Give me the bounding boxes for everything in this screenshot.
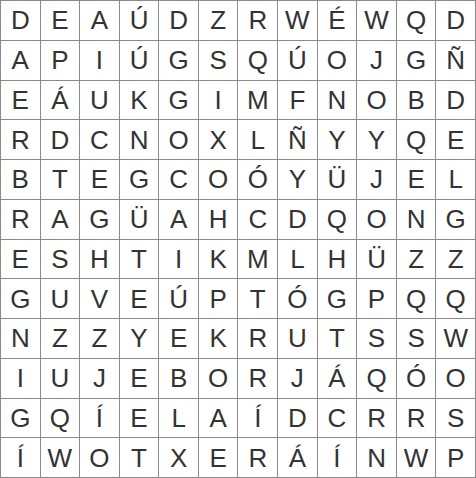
grid-cell[interactable]: G [120,160,160,200]
grid-cell[interactable]: J [278,359,318,399]
grid-cell[interactable]: O [318,41,358,81]
grid-cell[interactable]: Q [436,279,476,319]
grid-cell[interactable]: Ú [278,41,318,81]
grid-cell[interactable]: G [80,200,120,240]
grid-cell[interactable]: M [238,240,278,280]
grid-cell[interactable]: E [1,81,41,121]
grid-cell[interactable]: Q [238,41,278,81]
grid-cell[interactable]: Q [397,279,437,319]
grid-cell[interactable]: F [278,81,318,121]
grid-cell[interactable]: P [357,279,397,319]
grid-cell[interactable]: B [159,359,199,399]
grid-cell[interactable]: Ú [120,41,160,81]
grid-cell[interactable]: É [318,1,358,41]
grid-cell[interactable]: O [436,359,476,399]
grid-cell[interactable]: R [1,120,41,160]
grid-cell[interactable]: O [159,120,199,160]
grid-cell[interactable]: U [278,319,318,359]
grid-cell[interactable]: J [357,41,397,81]
grid-cell[interactable]: G [159,81,199,121]
grid-cell[interactable]: P [199,279,239,319]
grid-cell[interactable]: Ú [120,1,160,41]
grid-cell[interactable]: I [159,240,199,280]
grid-cell[interactable]: S [436,399,476,439]
grid-cell[interactable]: P [436,438,476,478]
grid-cell[interactable]: B [1,160,41,200]
grid-cell[interactable]: I [199,81,239,121]
grid-cell[interactable]: Z [41,319,81,359]
grid-cell[interactable]: K [199,240,239,280]
grid-cell[interactable]: R [397,399,437,439]
grid-cell[interactable]: G [1,279,41,319]
grid-cell[interactable]: S [397,319,437,359]
grid-cell[interactable]: Ü [357,240,397,280]
grid-cell[interactable]: U [41,279,81,319]
grid-cell[interactable]: R [238,438,278,478]
grid-cell[interactable]: G [159,41,199,81]
grid-cell[interactable]: Ó [397,359,437,399]
grid-cell[interactable]: X [199,120,239,160]
grid-cell[interactable]: G [397,41,437,81]
grid-cell[interactable]: C [318,399,358,439]
grid-cell[interactable]: G [1,399,41,439]
grid-cell[interactable]: E [199,438,239,478]
grid-cell[interactable]: R [238,319,278,359]
grid-cell[interactable]: G [318,279,358,319]
grid-cell[interactable]: E [159,319,199,359]
grid-cell[interactable]: O [80,438,120,478]
grid-cell[interactable]: T [41,160,81,200]
grid-cell[interactable]: W [278,1,318,41]
grid-cell[interactable]: S [357,319,397,359]
grid-cell[interactable]: W [41,438,81,478]
grid-cell[interactable]: D [436,81,476,121]
grid-cell[interactable]: H [80,240,120,280]
grid-cell[interactable]: L [238,120,278,160]
grid-cell[interactable]: E [397,160,437,200]
grid-cell[interactable]: W [357,1,397,41]
word-search-grid: DEAÚDZRWÉWQDAPIÚGSQÚOJGÑEÁUKGIMFNOBDRDCN… [0,0,476,478]
grid-cell[interactable]: M [238,81,278,121]
grid-cell[interactable]: Í [80,399,120,439]
grid-cell[interactable]: Ó [278,279,318,319]
grid-cell[interactable]: N [120,120,160,160]
grid-cell[interactable]: Z [397,240,437,280]
grid-cell[interactable]: T [120,240,160,280]
grid-cell[interactable]: W [397,438,437,478]
grid-cell[interactable]: U [80,81,120,121]
grid-cell[interactable]: E [41,1,81,41]
grid-cell[interactable]: S [41,240,81,280]
grid-cell[interactable]: N [1,319,41,359]
grid-cell[interactable]: T [120,438,160,478]
grid-cell[interactable]: Í [318,438,358,478]
grid-cell[interactable]: Z [436,240,476,280]
grid-cell[interactable]: Y [357,120,397,160]
grid-cell[interactable]: N [357,438,397,478]
grid-cell[interactable]: Q [397,1,437,41]
grid-cell[interactable]: Y [278,160,318,200]
grid-cell[interactable]: Ú [159,279,199,319]
grid-cell[interactable]: U [41,359,81,399]
grid-cell[interactable]: R [238,1,278,41]
grid-cell[interactable]: T [318,319,358,359]
grid-cell[interactable]: O [199,160,239,200]
grid-cell[interactable]: D [159,1,199,41]
grid-cell[interactable]: Q [357,359,397,399]
grid-cell[interactable]: Á [278,438,318,478]
grid-cell[interactable]: A [199,399,239,439]
grid-cell[interactable]: Ñ [436,41,476,81]
grid-cell[interactable]: K [120,81,160,121]
grid-cell[interactable]: Á [318,359,358,399]
grid-cell[interactable]: L [436,160,476,200]
grid-cell[interactable]: W [436,319,476,359]
grid-cell[interactable]: E [80,160,120,200]
grid-cell[interactable]: O [357,81,397,121]
grid-cell[interactable]: A [159,200,199,240]
grid-cell[interactable]: L [159,399,199,439]
grid-cell[interactable]: Í [238,399,278,439]
grid-cell[interactable]: Z [80,319,120,359]
grid-cell[interactable]: G [436,200,476,240]
grid-cell[interactable]: E [1,240,41,280]
grid-cell[interactable]: C [238,200,278,240]
grid-cell[interactable]: N [318,81,358,121]
grid-cell[interactable]: Y [120,319,160,359]
grid-cell[interactable]: X [159,438,199,478]
grid-cell[interactable]: T [238,279,278,319]
grid-cell[interactable]: D [1,1,41,41]
grid-cell[interactable]: R [357,399,397,439]
grid-cell[interactable]: E [120,359,160,399]
grid-cell[interactable]: S [199,41,239,81]
grid-cell[interactable]: C [80,120,120,160]
grid-cell[interactable]: E [120,399,160,439]
grid-cell[interactable]: Q [397,120,437,160]
grid-cell[interactable]: V [80,279,120,319]
grid-cell[interactable]: Ó [238,160,278,200]
grid-cell[interactable]: B [397,81,437,121]
grid-cell[interactable]: D [41,120,81,160]
grid-cell[interactable]: E [436,120,476,160]
grid-cell[interactable]: Y [318,120,358,160]
grid-cell[interactable]: I [80,41,120,81]
grid-cell[interactable]: A [1,41,41,81]
grid-cell[interactable]: L [278,240,318,280]
grid-cell[interactable]: K [199,319,239,359]
grid-cell[interactable]: I [1,359,41,399]
grid-cell[interactable]: Z [199,1,239,41]
grid-cell[interactable]: R [1,200,41,240]
grid-cell[interactable]: H [199,200,239,240]
grid-cell[interactable]: Ñ [278,120,318,160]
grid-cell[interactable]: D [436,1,476,41]
grid-cell[interactable]: P [41,41,81,81]
grid-cell[interactable]: Á [41,81,81,121]
grid-cell[interactable]: E [120,279,160,319]
grid-cell[interactable]: A [41,200,81,240]
grid-cell[interactable]: Q [41,399,81,439]
grid-cell[interactable]: C [159,160,199,200]
grid-cell[interactable]: J [357,160,397,200]
grid-cell[interactable]: A [80,1,120,41]
grid-cell[interactable]: Ü [120,200,160,240]
grid-cell[interactable]: J [80,359,120,399]
grid-cell[interactable]: R [238,359,278,399]
grid-cell[interactable]: H [318,240,358,280]
grid-cell[interactable]: D [278,399,318,439]
grid-cell[interactable]: Í [1,438,41,478]
grid-cell[interactable]: O [357,200,397,240]
grid-cell[interactable]: D [278,200,318,240]
grid-cell[interactable]: Q [318,200,358,240]
grid-cell[interactable]: N [397,200,437,240]
grid-cell[interactable]: O [199,359,239,399]
grid-cell[interactable]: Ü [318,160,358,200]
